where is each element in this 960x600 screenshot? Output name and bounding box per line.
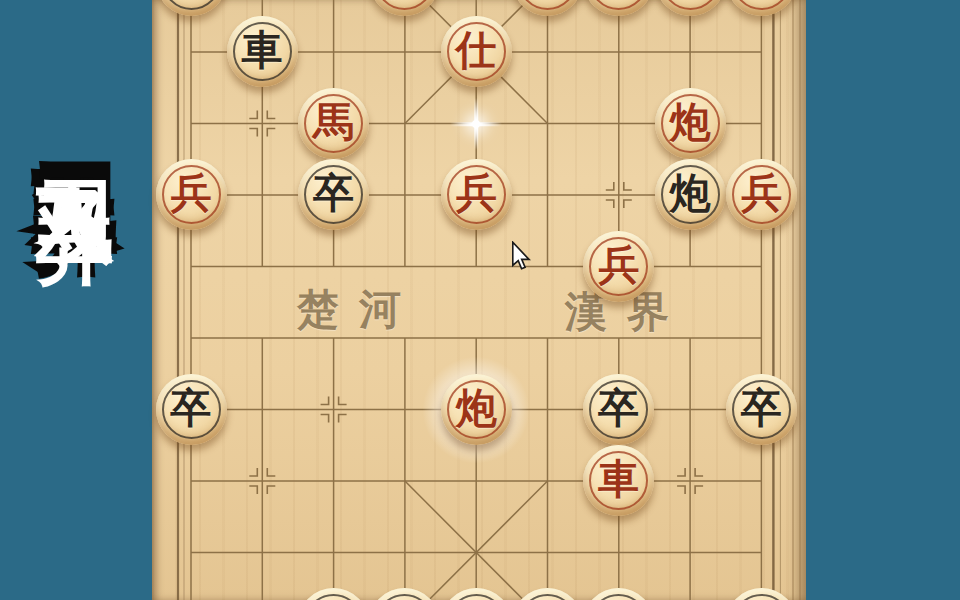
video-title-overlay: 弃双马飞刀 弃双马飞刀 (30, 124, 122, 142)
piece-red-cannon[interactable]: 炮 (655, 88, 726, 159)
board-point[interactable] (441, 0, 512, 16)
piece-red-horse[interactable]: 馬 (655, 0, 726, 16)
board-point[interactable] (441, 445, 512, 517)
board-point[interactable]: 車 (726, 0, 797, 16)
piece-black-soldier[interactable]: 卒 (726, 374, 797, 445)
board-point[interactable] (726, 517, 797, 589)
board-point[interactable] (583, 16, 654, 88)
board-point[interactable] (441, 517, 512, 589)
board-point[interactable]: 仕 (369, 0, 440, 16)
piece-red-soldier[interactable]: 兵 (583, 231, 654, 302)
board-point[interactable] (512, 517, 583, 589)
board-point[interactable] (369, 231, 440, 303)
board-point[interactable] (726, 445, 797, 517)
piece-character: 卒 (171, 388, 212, 429)
board-point[interactable] (512, 88, 583, 160)
board-point[interactable] (512, 159, 583, 231)
board-point[interactable] (227, 445, 298, 517)
board-point[interactable] (227, 588, 298, 600)
board-point[interactable]: 炮 (654, 159, 725, 231)
piece-red-cannon[interactable]: 炮 (441, 374, 512, 445)
board-point[interactable] (155, 445, 226, 517)
board-point[interactable]: 卒 (583, 374, 654, 446)
board-point[interactable] (227, 0, 298, 16)
board-point[interactable] (227, 231, 298, 303)
board-point[interactable]: 車 (227, 16, 298, 88)
board-grid: 車仕帥相馬車車仕馬炮兵卒兵炮兵兵卒炮卒卒車象士將士象炮 (155, 0, 797, 600)
piece-character: 炮 (456, 388, 497, 429)
board-point[interactable]: 炮 (726, 588, 797, 600)
board-point[interactable] (654, 445, 725, 517)
board-point[interactable] (512, 445, 583, 517)
piece-black-king[interactable]: 將 (441, 588, 512, 600)
board-point[interactable]: 象 (583, 588, 654, 600)
board-point[interactable]: 將 (441, 588, 512, 600)
board-point[interactable]: 卒 (298, 159, 369, 231)
board-point[interactable]: 士 (369, 588, 440, 600)
piece-black-soldier[interactable]: 卒 (156, 374, 227, 445)
board-point[interactable] (227, 302, 298, 374)
board-point[interactable] (227, 88, 298, 160)
piece-black-elephant[interactable]: 象 (583, 588, 654, 600)
board-point[interactable] (298, 517, 369, 589)
board-point[interactable]: 兵 (441, 159, 512, 231)
piece-character: 兵 (456, 173, 497, 214)
board-point[interactable]: 卒 (155, 374, 226, 446)
board-point[interactable] (298, 16, 369, 88)
board-point[interactable] (369, 302, 440, 374)
board-point[interactable] (155, 88, 226, 160)
piece-red-soldier[interactable]: 兵 (156, 159, 227, 230)
piece-black-cannon[interactable]: 炮 (726, 588, 797, 600)
board-point[interactable] (369, 159, 440, 231)
board-point[interactable] (369, 445, 440, 517)
board-point[interactable]: 馬 (654, 0, 725, 16)
board-point[interactable] (227, 159, 298, 231)
board-point[interactable] (298, 374, 369, 446)
board-point[interactable] (441, 302, 512, 374)
piece-red-advisor[interactable]: 仕 (369, 0, 440, 16)
piece-character: 炮 (670, 102, 711, 143)
piece-black-soldier[interactable]: 卒 (583, 374, 654, 445)
board-point[interactable] (227, 374, 298, 446)
board-point[interactable] (441, 231, 512, 303)
board-point[interactable] (726, 302, 797, 374)
piece-character: 車 (242, 30, 283, 71)
piece-character: 馬 (313, 102, 354, 143)
board-point[interactable]: 車 (583, 445, 654, 517)
board-point[interactable]: 炮 (654, 88, 725, 160)
board-point[interactable]: 象 (298, 588, 369, 600)
board-point[interactable] (369, 88, 440, 160)
board-point[interactable] (298, 445, 369, 517)
screenshot-stage: 楚河 漢界 車仕帥相馬車車仕馬炮兵卒兵炮兵兵卒炮卒卒車象士將士象炮 弃双马飞刀 … (0, 0, 960, 600)
piece-red-advisor[interactable]: 仕 (441, 16, 512, 87)
board-point[interactable] (369, 374, 440, 446)
board-point[interactable] (227, 517, 298, 589)
board-point[interactable] (155, 16, 226, 88)
board-point[interactable]: 車 (155, 0, 226, 16)
board-point[interactable] (583, 88, 654, 160)
board-point[interactable] (155, 302, 226, 374)
board-point[interactable] (369, 16, 440, 88)
piece-character: 卒 (313, 173, 354, 214)
piece-red-soldier[interactable]: 兵 (726, 159, 797, 230)
move-origin-sparkle-icon (471, 119, 481, 129)
board-point[interactable]: 相 (583, 0, 654, 16)
piece-black-chariot[interactable]: 車 (156, 0, 227, 16)
board-point[interactable] (512, 16, 583, 88)
piece-character: 仕 (456, 30, 497, 71)
board-point[interactable]: 兵 (726, 159, 797, 231)
board-point[interactable] (155, 231, 226, 303)
piece-red-soldier[interactable]: 兵 (441, 159, 512, 230)
piece-black-elephant[interactable]: 象 (298, 588, 369, 600)
piece-black-chariot[interactable]: 車 (227, 16, 298, 87)
board-point[interactable] (298, 302, 369, 374)
board-point[interactable] (298, 231, 369, 303)
board-point[interactable] (583, 159, 654, 231)
board-point[interactable]: 馬 (298, 88, 369, 160)
board-point[interactable] (654, 16, 725, 88)
board-point[interactable] (512, 302, 583, 374)
piece-black-advisor[interactable]: 士 (369, 588, 440, 600)
board-point[interactable] (583, 302, 654, 374)
piece-character: 兵 (741, 173, 782, 214)
board-point[interactable]: 兵 (583, 231, 654, 303)
board-point[interactable] (512, 374, 583, 446)
piece-black-cannon[interactable]: 炮 (655, 159, 726, 230)
board-point[interactable] (654, 374, 725, 446)
board-point[interactable] (654, 302, 725, 374)
board-point[interactable]: 卒 (726, 374, 797, 446)
board-point[interactable]: 仕 (441, 16, 512, 88)
board-point[interactable] (155, 517, 226, 589)
board-point[interactable]: 炮 (441, 374, 512, 446)
piece-character: 炮 (670, 173, 711, 214)
board-point[interactable] (726, 231, 797, 303)
piece-character: 兵 (598, 245, 639, 286)
board-point[interactable] (298, 0, 369, 16)
board-point[interactable] (583, 517, 654, 589)
piece-black-soldier[interactable]: 卒 (298, 159, 369, 230)
piece-character: 卒 (598, 388, 639, 429)
board-point[interactable]: 帥 (512, 0, 583, 16)
sparkle-core (472, 120, 480, 128)
piece-red-chariot[interactable]: 車 (726, 0, 797, 16)
board-point[interactable] (155, 588, 226, 600)
board-point[interactable] (654, 588, 725, 600)
piece-character: 卒 (741, 388, 782, 429)
board-point[interactable] (654, 517, 725, 589)
mouse-cursor-icon (512, 241, 531, 270)
board-point[interactable]: 士 (512, 588, 583, 600)
board-point[interactable] (654, 231, 725, 303)
piece-red-chariot[interactable]: 車 (583, 445, 654, 516)
board-point[interactable] (369, 517, 440, 589)
piece-character: 車 (598, 459, 639, 500)
piece-character: 兵 (171, 173, 212, 214)
piece-red-elephant[interactable]: 相 (583, 0, 654, 16)
board-point[interactable] (726, 88, 797, 160)
piece-red-king[interactable]: 帥 (512, 0, 583, 16)
board-point[interactable]: 兵 (155, 159, 226, 231)
piece-red-horse[interactable]: 馬 (298, 88, 369, 159)
piece-black-advisor[interactable]: 士 (512, 588, 583, 600)
board-point[interactable] (726, 16, 797, 88)
